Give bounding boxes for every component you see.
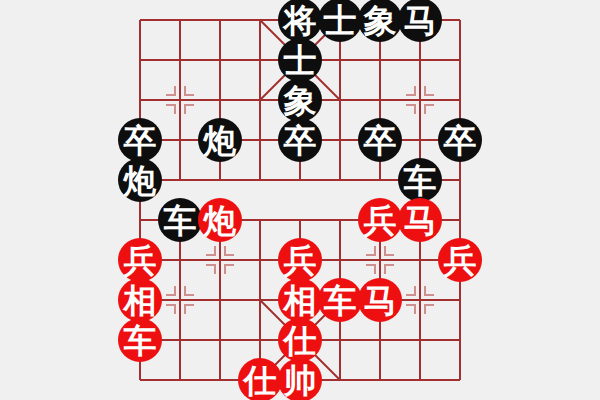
piece-black-cannon[interactable]: 炮 <box>118 158 162 202</box>
piece-red-elephant[interactable]: 相 <box>278 278 322 322</box>
piece-black-soldier[interactable]: 卒 <box>438 118 482 162</box>
piece-red-elephant[interactable]: 相 <box>118 278 162 322</box>
piece-black-soldier[interactable]: 卒 <box>278 118 322 162</box>
piece-red-horse[interactable]: 马 <box>358 278 402 322</box>
piece-red-advisor[interactable]: 仕 <box>278 318 322 362</box>
piece-red-chariot[interactable]: 车 <box>118 318 162 362</box>
piece-red-advisor[interactable]: 仕 <box>238 358 282 400</box>
piece-black-soldier[interactable]: 卒 <box>358 118 402 162</box>
piece-red-chariot[interactable]: 车 <box>318 278 362 322</box>
piece-black-advisor[interactable]: 士 <box>318 0 362 42</box>
piece-black-advisor[interactable]: 士 <box>278 38 322 82</box>
piece-red-soldier[interactable]: 兵 <box>438 238 482 282</box>
piece-black-horse[interactable]: 马 <box>398 0 442 42</box>
piece-red-general[interactable]: 帅 <box>278 358 322 400</box>
piece-red-soldier[interactable]: 兵 <box>358 198 402 242</box>
piece-red-soldier[interactable]: 兵 <box>118 238 162 282</box>
piece-black-elephant[interactable]: 象 <box>358 0 402 42</box>
xiangqi-app: 将士象马士象卒炮卒卒卒炮车车炮兵马兵兵兵相相车马车仕仕帅 <box>0 0 600 400</box>
piece-black-elephant[interactable]: 象 <box>278 78 322 122</box>
piece-red-cannon[interactable]: 炮 <box>198 198 242 242</box>
piece-red-horse[interactable]: 马 <box>398 198 442 242</box>
piece-black-cannon[interactable]: 炮 <box>198 118 242 162</box>
pieces-layer: 将士象马士象卒炮卒卒卒炮车车炮兵马兵兵兵相相车马车仕仕帅 <box>120 0 480 400</box>
piece-black-chariot[interactable]: 车 <box>398 158 442 202</box>
piece-black-soldier[interactable]: 卒 <box>118 118 162 162</box>
piece-black-general[interactable]: 将 <box>278 0 322 42</box>
piece-black-chariot[interactable]: 车 <box>158 198 202 242</box>
piece-red-soldier[interactable]: 兵 <box>278 238 322 282</box>
